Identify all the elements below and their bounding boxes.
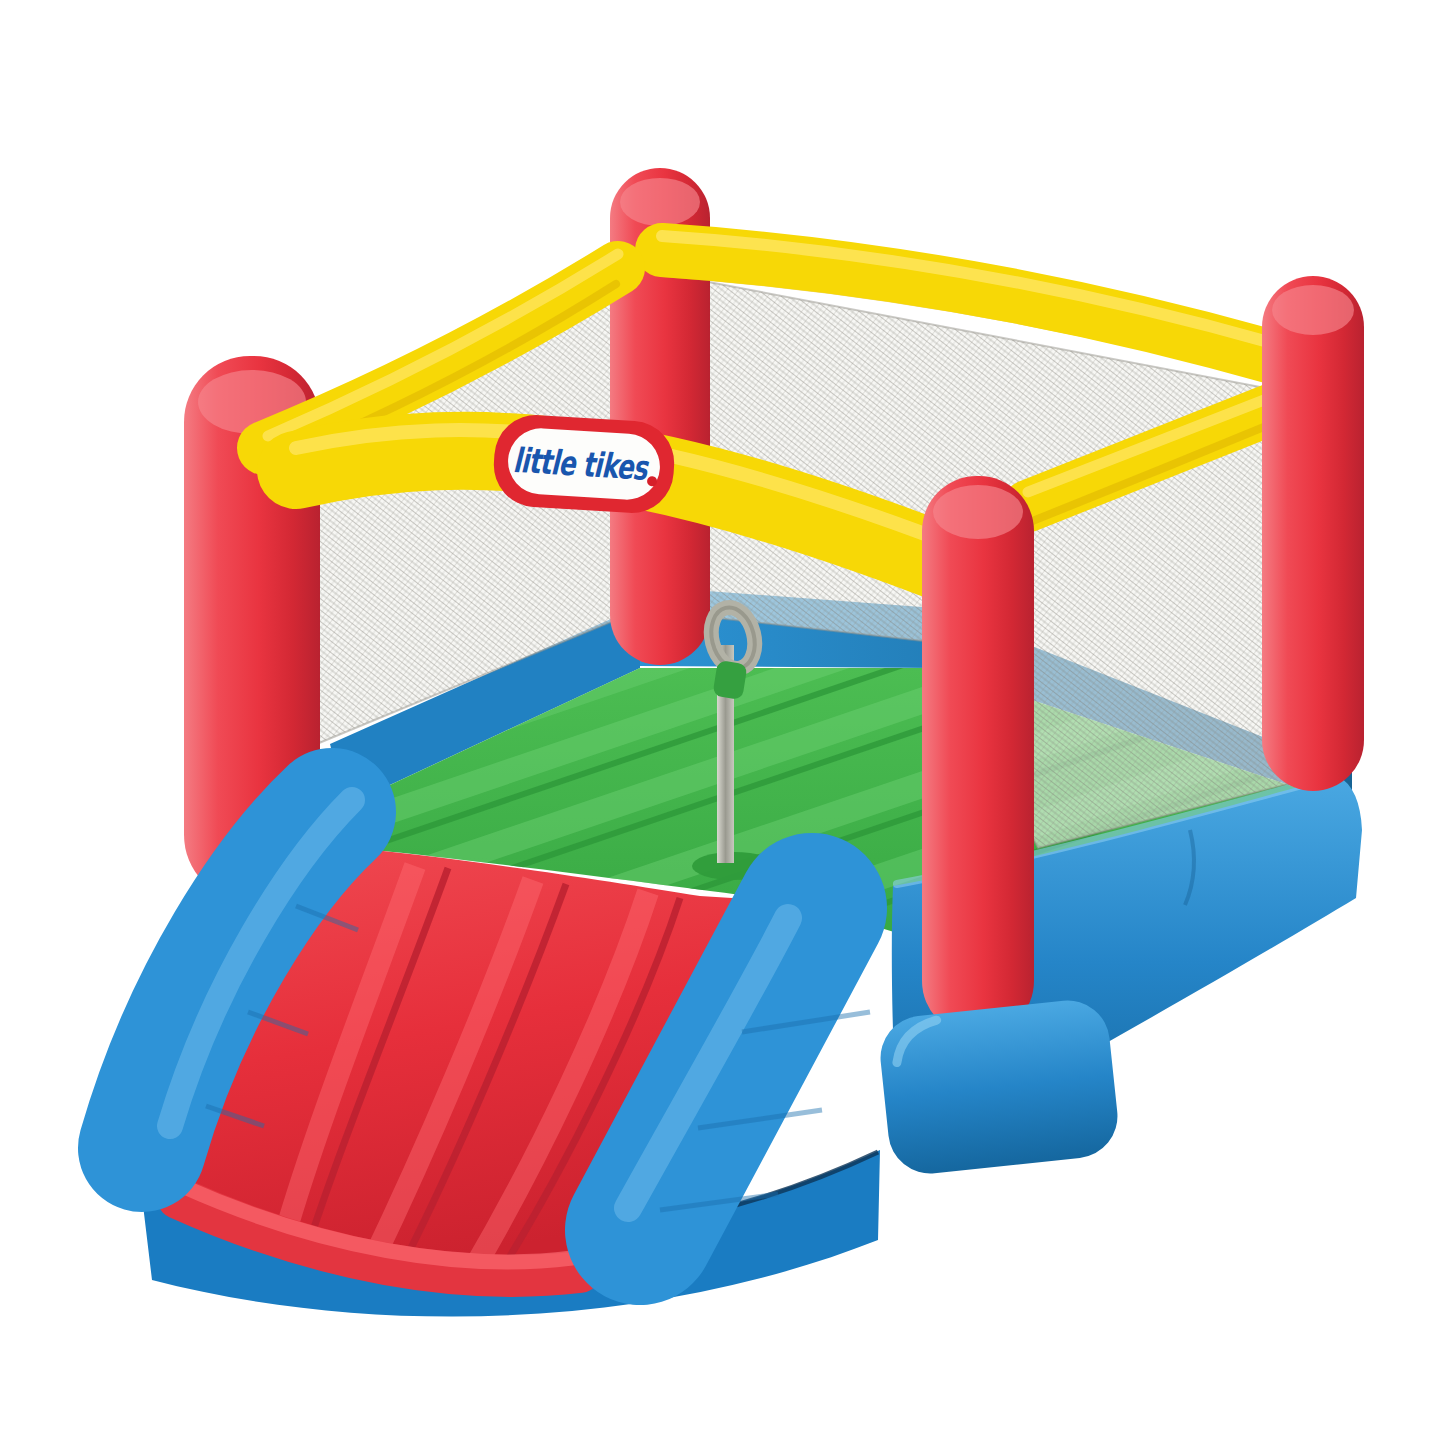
post-body [1262, 276, 1364, 791]
bulge-body [876, 996, 1121, 1177]
hook-green-collar [712, 660, 747, 700]
post-cap [933, 485, 1023, 539]
logo-text: little tikes [512, 440, 650, 488]
front-right-corner-post [922, 476, 1034, 1036]
post-cap [1272, 285, 1354, 335]
product-photo: little tikes [0, 0, 1445, 1445]
base-corner-bulge [876, 996, 1121, 1177]
post-body [922, 476, 1034, 1036]
post-cap [620, 178, 700, 226]
rear-right-corner-post [1262, 276, 1364, 791]
red-slide-assembly [130, 800, 880, 1317]
bounce-house-illustration: little tikes [0, 0, 1445, 1445]
brand-logo: little tikes [491, 413, 676, 516]
